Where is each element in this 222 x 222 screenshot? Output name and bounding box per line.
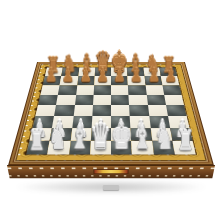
square-h1[interactable]: ♜ [172,141,196,155]
white-queen-piece[interactable]: ♛ [90,119,111,154]
square-c5[interactable] [75,95,94,105]
mosaic-border: ♜♞♝♛♚♝♞♜♟♟♟♟♟♟♟♟♟♟♟♟♟♟♟♟♜♞♝♛♚♝♞♜ [15,64,207,161]
white-bishop-piece[interactable]: ♝ [70,123,88,154]
white-rook-piece[interactable]: ♜ [177,126,194,154]
black-pawn-piece[interactable]: ♟ [46,66,57,85]
chessboard: ♜♞♝♛♚♝♞♜♟♟♟♟♟♟♟♟♟♟♟♟♟♟♟♟♜♞♝♛♚♝♞♜ [8,62,214,165]
black-pawn-piece[interactable]: ♟ [80,66,91,85]
square-e5[interactable] [111,95,129,105]
square-d6[interactable] [93,85,111,95]
square-d5[interactable] [93,95,111,105]
square-c6[interactable] [76,85,94,95]
chessboard-grid: ♜♞♝♛♚♝♞♜♟♟♟♟♟♟♟♟♟♟♟♟♟♟♟♟♜♞♝♛♚♝♞♜ [26,68,196,155]
square-g7[interactable]: ♟ [144,76,162,85]
square-e7[interactable]: ♟ [111,76,128,85]
square-h5[interactable] [164,95,184,105]
square-a1[interactable]: ♜ [26,141,50,155]
square-e6[interactable] [111,85,129,95]
board-front-edge [7,165,215,178]
white-knight-piece[interactable]: ♞ [155,125,172,155]
square-f1[interactable]: ♝ [131,141,153,155]
latch [103,185,119,190]
white-rook-piece[interactable]: ♜ [28,126,45,154]
square-e1[interactable]: ♚ [111,141,132,155]
square-f5[interactable] [129,95,148,105]
square-f6[interactable] [128,85,146,95]
black-pawn-piece[interactable]: ♟ [165,66,176,85]
square-h6[interactable] [162,85,181,95]
square-a6[interactable] [40,85,59,95]
square-c7[interactable]: ♟ [77,76,95,85]
square-f7[interactable]: ♟ [128,76,146,85]
black-pawn-piece[interactable]: ♟ [63,66,74,85]
square-d7[interactable]: ♟ [94,76,111,85]
white-knight-piece[interactable]: ♞ [49,125,66,155]
square-a5[interactable] [38,95,58,105]
black-pawn-piece[interactable]: ♟ [114,66,125,85]
black-pawn-piece[interactable]: ♟ [148,66,159,85]
black-pawn-piece[interactable]: ♟ [97,66,108,85]
square-b1[interactable]: ♞ [47,141,70,155]
square-a7[interactable]: ♟ [43,76,62,85]
square-b6[interactable] [58,85,77,95]
white-bishop-piece[interactable]: ♝ [134,123,152,154]
clasp-ornament [93,169,129,174]
square-h7[interactable]: ♟ [161,76,180,85]
square-g5[interactable] [146,95,165,105]
white-king-piece[interactable]: ♚ [111,118,133,155]
scene: ♜♞♝♛♚♝♞♜♟♟♟♟♟♟♟♟♟♟♟♟♟♟♟♟♜♞♝♛♚♝♞♜ [0,0,222,222]
square-c1[interactable]: ♝ [69,141,91,155]
square-g1[interactable]: ♞ [152,141,175,155]
square-b5[interactable] [56,95,75,105]
square-g6[interactable] [145,85,164,95]
black-pawn-piece[interactable]: ♟ [131,66,142,85]
square-d1[interactable]: ♛ [90,141,111,155]
square-b7[interactable]: ♟ [60,76,78,85]
